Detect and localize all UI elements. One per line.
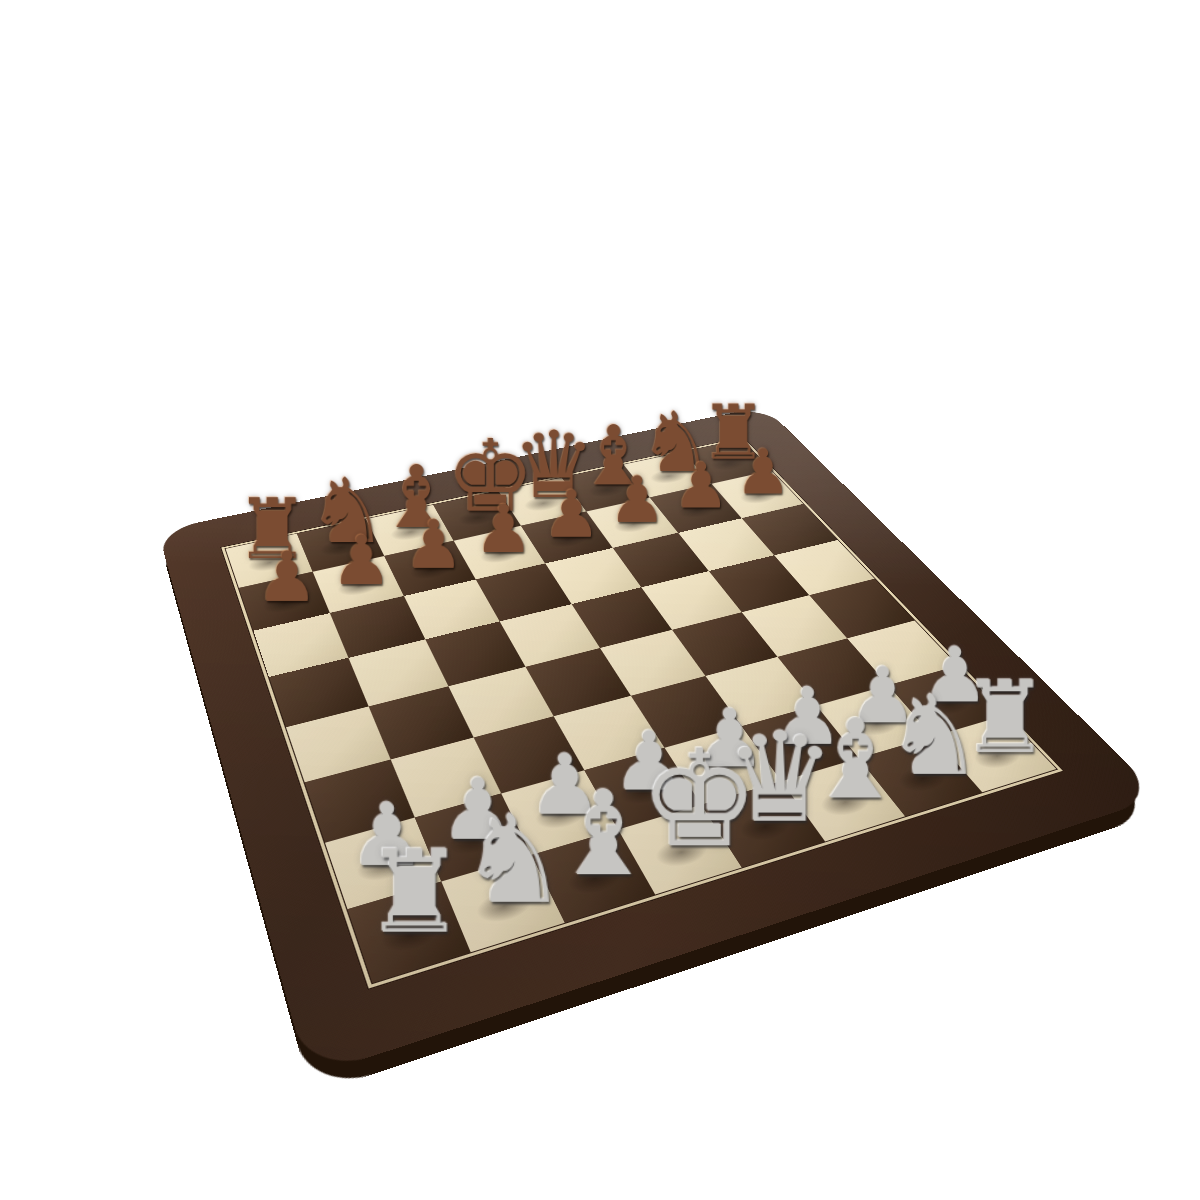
square-a1[interactable]: ♜: [348, 882, 471, 983]
square-b7[interactable]: ♟: [313, 556, 404, 613]
square-c6[interactable]: [404, 579, 500, 639]
square-h5[interactable]: [774, 540, 874, 595]
piece-copper-pawn[interactable]: ♟: [536, 484, 608, 544]
piece-copper-pawn[interactable]: ♟: [666, 457, 735, 515]
piece-silver-knight[interactable]: ♞: [459, 804, 557, 916]
piece-copper-pawn[interactable]: ♟: [324, 529, 399, 592]
piece-copper-pawn[interactable]: ♟: [602, 470, 673, 529]
board-grid: ♜♞♝♚♛♝♞♜♟♟♟♟♟♟♟♟♟♟♟♟♟♟♟♟♜♞♝♚♛♝♞♜: [226, 439, 1057, 983]
piece-copper-pawn[interactable]: ♟: [249, 545, 325, 609]
square-a6[interactable]: [253, 613, 348, 677]
square-h6[interactable]: [742, 504, 838, 555]
square-d6[interactable]: [476, 563, 572, 621]
square-e6[interactable]: [545, 548, 641, 604]
piece-copper-pawn[interactable]: ♟: [467, 499, 540, 560]
piece-copper-pawn[interactable]: ♟: [397, 514, 471, 576]
chess-board: ♜♞♝♚♛♝♞♜♟♟♟♟♟♟♟♟♟♟♟♟♟♟♟♟♜♞♝♚♛♝♞♜: [158, 406, 1162, 1077]
square-b4[interactable]: [369, 686, 474, 759]
photo-scene: ♜♞♝♚♛♝♞♜♟♟♟♟♟♟♟♟♟♟♟♟♟♟♟♟♜♞♝♚♛♝♞♜: [0, 0, 1200, 1200]
piece-silver-rook[interactable]: ♜: [364, 840, 464, 945]
piece-copper-pawn[interactable]: ♟: [729, 443, 797, 500]
